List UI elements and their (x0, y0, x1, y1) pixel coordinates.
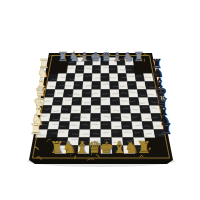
light-square[interactable] (81, 98, 91, 106)
dark-square[interactable] (58, 122, 69, 130)
light-square[interactable] (57, 130, 69, 138)
light-square[interactable] (92, 74, 101, 82)
light-square[interactable] (136, 82, 146, 90)
light-square[interactable] (111, 106, 121, 114)
light-square[interactable] (62, 98, 73, 106)
dark-square[interactable] (49, 114, 61, 122)
dark-square[interactable] (121, 122, 132, 130)
light-square[interactable] (111, 122, 122, 130)
light-square[interactable] (138, 98, 149, 106)
dark-square[interactable] (101, 122, 112, 130)
light-square[interactable] (71, 106, 82, 114)
dark-square[interactable] (142, 122, 154, 130)
dark-square[interactable] (91, 98, 101, 106)
light-square[interactable] (91, 106, 101, 114)
light-square[interactable] (118, 82, 128, 90)
light-square[interactable] (60, 114, 71, 122)
dark-square[interactable] (66, 74, 76, 82)
light-square[interactable] (91, 90, 100, 98)
light-square[interactable] (46, 82, 57, 90)
dark-square[interactable] (83, 74, 92, 82)
dark-square[interactable] (72, 98, 82, 106)
dark-square[interactable] (140, 106, 151, 114)
ivory-R-piece[interactable]: ♜ (30, 121, 43, 137)
light-square[interactable] (132, 122, 144, 130)
light-square[interactable] (101, 98, 111, 106)
dark-square[interactable] (137, 90, 148, 98)
light-square[interactable] (121, 114, 132, 122)
light-square[interactable] (117, 66, 126, 74)
light-square[interactable] (73, 90, 83, 98)
silver-N-piece[interactable]: ♞ (123, 50, 134, 64)
light-square[interactable] (54, 90, 65, 98)
dark-square[interactable] (73, 82, 83, 90)
silver-B-piece[interactable]: ♝ (112, 50, 123, 64)
light-square[interactable] (141, 114, 153, 122)
dark-square[interactable] (68, 130, 80, 138)
light-square[interactable] (128, 90, 138, 98)
dark-square[interactable] (109, 66, 118, 74)
silver-R-piece[interactable]: ♜ (134, 50, 145, 64)
light-square[interactable] (74, 74, 83, 82)
chess-photo-stage: ♜♞♝♚♛♝♞♜♜♞♝♛♚♝♞♜♜♞♝♛♚♝♞♜♜♞♝♚♛♝♞♜ (0, 0, 200, 200)
light-square[interactable] (90, 122, 101, 130)
dark-square[interactable] (48, 74, 58, 82)
dark-square[interactable] (120, 106, 131, 114)
dark-square[interactable] (111, 130, 122, 138)
dark-square[interactable] (101, 90, 110, 98)
dark-square[interactable] (127, 82, 137, 90)
light-square[interactable] (120, 98, 130, 106)
light-square[interactable] (69, 122, 80, 130)
dark-square[interactable] (101, 74, 110, 82)
board-edge (29, 160, 173, 164)
dark-square[interactable] (135, 74, 145, 82)
silver-K-piece[interactable]: ♚ (90, 50, 101, 64)
four-player-chess-board: ♜♞♝♚♛♝♞♜♜♞♝♛♚♝♞♜♜♞♝♛♚♝♞♜♜♞♝♚♛♝♞♜ (0, 0, 200, 200)
light-square[interactable] (51, 106, 62, 114)
dark-square[interactable] (80, 122, 91, 130)
dark-square[interactable] (46, 130, 58, 138)
light-square[interactable] (48, 122, 60, 130)
light-square[interactable] (122, 130, 134, 138)
dark-square[interactable] (110, 82, 119, 90)
dark-square[interactable] (133, 130, 145, 138)
light-square[interactable] (101, 82, 110, 90)
light-square[interactable] (79, 130, 90, 138)
light-square[interactable] (84, 66, 93, 74)
dark-square[interactable] (110, 98, 120, 106)
light-square[interactable] (101, 130, 112, 138)
dark-square[interactable] (63, 90, 73, 98)
dark-square[interactable] (75, 66, 84, 74)
dark-square[interactable] (119, 90, 129, 98)
gold-R-piece[interactable]: ♜ (137, 138, 151, 157)
silver-Q-piece[interactable]: ♛ (101, 50, 112, 64)
black-R-piece[interactable]: ♜ (160, 121, 173, 137)
silver-B-piece[interactable]: ♝ (79, 50, 90, 64)
light-square[interactable] (101, 66, 110, 74)
dark-square[interactable] (125, 66, 134, 74)
dark-square[interactable] (90, 114, 100, 122)
light-square[interactable] (67, 66, 76, 74)
light-square[interactable] (126, 74, 136, 82)
dark-square[interactable] (92, 82, 101, 90)
silver-N-piece[interactable]: ♞ (69, 50, 80, 64)
dark-square[interactable] (101, 106, 111, 114)
light-square[interactable] (64, 82, 74, 90)
silver-R-piece[interactable]: ♜ (58, 50, 69, 64)
